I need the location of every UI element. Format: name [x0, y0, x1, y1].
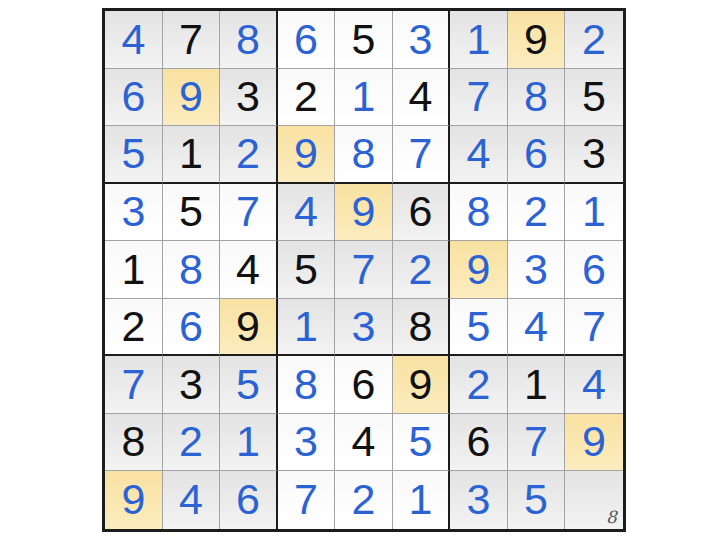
entered-digit: 8 — [352, 132, 376, 175]
cell-r1c7[interactable]: 1 — [450, 11, 508, 69]
entered-digit: 1 — [467, 18, 491, 61]
cell-r1c3[interactable]: 8 — [220, 11, 278, 69]
cell-r7c1[interactable]: 7 — [105, 356, 163, 414]
entered-digit: 6 — [122, 75, 146, 118]
entered-digit: 3 — [352, 305, 376, 348]
entered-digit: 9 — [179, 75, 203, 118]
cell-r5c1[interactable]: 1 — [105, 241, 163, 299]
page-background: 4786531926932147855129874633574968211845… — [0, 0, 728, 540]
cell-r6c2[interactable]: 6 — [163, 299, 221, 357]
cell-r6c6[interactable]: 8 — [393, 299, 451, 357]
entered-digit: 5 — [524, 478, 548, 521]
cell-r8c2[interactable]: 2 — [163, 414, 221, 472]
given-digit: 3 — [236, 75, 260, 118]
cell-r4c5[interactable]: 9 — [335, 184, 393, 242]
cell-r6c8[interactable]: 4 — [508, 299, 566, 357]
cell-r4c9[interactable]: 1 — [565, 184, 623, 242]
cell-r8c8[interactable]: 7 — [508, 414, 566, 472]
cell-r3c7[interactable]: 4 — [450, 126, 508, 184]
cell-r3c8[interactable]: 6 — [508, 126, 566, 184]
entered-digit: 4 — [122, 18, 146, 61]
cell-r9c9[interactable]: 8 — [565, 471, 623, 529]
given-digit: 4 — [236, 248, 260, 291]
entered-digit: 6 — [524, 132, 548, 175]
cell-r8c7[interactable]: 6 — [450, 414, 508, 472]
given-digit: 6 — [352, 363, 376, 406]
cell-r2c6[interactable]: 4 — [393, 69, 451, 127]
entered-digit: 3 — [294, 420, 318, 463]
cell-r4c7[interactable]: 8 — [450, 184, 508, 242]
cell-r6c7[interactable]: 5 — [450, 299, 508, 357]
cell-r7c7[interactable]: 2 — [450, 356, 508, 414]
cell-r5c8[interactable]: 3 — [508, 241, 566, 299]
entered-digit: 1 — [236, 420, 260, 463]
cell-r9c5[interactable]: 2 — [335, 471, 393, 529]
entered-digit: 3 — [409, 18, 433, 61]
entered-digit: 8 — [524, 75, 548, 118]
given-digit: 5 — [294, 248, 318, 291]
entered-digit: 9 — [122, 478, 146, 521]
cell-r3c4[interactable]: 9 — [278, 126, 336, 184]
cell-r7c9[interactable]: 4 — [565, 356, 623, 414]
cell-r9c2[interactable]: 4 — [163, 471, 221, 529]
cell-r6c1[interactable]: 2 — [105, 299, 163, 357]
pencil-mark: 8 — [606, 509, 617, 526]
entered-digit: 7 — [122, 363, 146, 406]
entered-digit: 6 — [582, 248, 606, 291]
cell-r5c6[interactable]: 2 — [393, 241, 451, 299]
cell-r4c1[interactable]: 3 — [105, 184, 163, 242]
cell-r8c5[interactable]: 4 — [335, 414, 393, 472]
cell-r5c4[interactable]: 5 — [278, 241, 336, 299]
cell-r3c9[interactable]: 3 — [565, 126, 623, 184]
cell-r2c5[interactable]: 1 — [335, 69, 393, 127]
entered-digit: 8 — [467, 190, 491, 233]
cell-r2c4[interactable]: 2 — [278, 69, 336, 127]
given-digit: 9 — [409, 363, 433, 406]
cell-r7c2[interactable]: 3 — [163, 356, 221, 414]
given-digit: 5 — [352, 18, 376, 61]
cell-r5c7[interactable]: 9 — [450, 241, 508, 299]
cell-r3c2[interactable]: 1 — [163, 126, 221, 184]
given-digit: 7 — [179, 18, 203, 61]
entered-digit: 4 — [582, 363, 606, 406]
sudoku-board: 4786531926932147855129874633574968211845… — [102, 8, 626, 532]
entered-digit: 2 — [467, 363, 491, 406]
cell-r4c6[interactable]: 6 — [393, 184, 451, 242]
cell-r7c8[interactable]: 1 — [508, 356, 566, 414]
entered-digit: 8 — [236, 18, 260, 61]
entered-digit: 5 — [467, 305, 491, 348]
given-digit: 3 — [179, 363, 203, 406]
cell-r4c4[interactable]: 4 — [278, 184, 336, 242]
entered-digit: 2 — [582, 18, 606, 61]
cell-r6c4[interactable]: 1 — [278, 299, 336, 357]
cell-r8c9[interactable]: 9 — [565, 414, 623, 472]
given-digit: 5 — [582, 75, 606, 118]
entered-digit: 7 — [409, 132, 433, 175]
cell-r7c5[interactable]: 6 — [335, 356, 393, 414]
cell-r8c1[interactable]: 8 — [105, 414, 163, 472]
cell-r5c5[interactable]: 7 — [335, 241, 393, 299]
given-digit: 6 — [467, 420, 491, 463]
entered-digit: 2 — [236, 132, 260, 175]
cell-r8c3[interactable]: 1 — [220, 414, 278, 472]
entered-digit: 7 — [236, 190, 260, 233]
cell-r1c8[interactable]: 9 — [508, 11, 566, 69]
given-digit: 6 — [409, 190, 433, 233]
cell-r1c1[interactable]: 4 — [105, 11, 163, 69]
entered-digit: 2 — [179, 420, 203, 463]
entered-digit: 7 — [582, 305, 606, 348]
cell-r6c5[interactable]: 3 — [335, 299, 393, 357]
entered-digit: 5 — [409, 420, 433, 463]
cell-r2c2[interactable]: 9 — [163, 69, 221, 127]
entered-digit: 4 — [294, 190, 318, 233]
cell-r4c2[interactable]: 5 — [163, 184, 221, 242]
cell-r2c9[interactable]: 5 — [565, 69, 623, 127]
entered-digit: 9 — [352, 190, 376, 233]
cell-r7c4[interactable]: 8 — [278, 356, 336, 414]
cell-r2c1[interactable]: 6 — [105, 69, 163, 127]
given-digit: 1 — [179, 132, 203, 175]
entered-digit: 5 — [122, 132, 146, 175]
cell-r9c3[interactable]: 6 — [220, 471, 278, 529]
entered-digit: 9 — [294, 132, 318, 175]
entered-digit: 4 — [524, 305, 548, 348]
cell-r8c6[interactable]: 5 — [393, 414, 451, 472]
entered-digit: 1 — [352, 75, 376, 118]
entered-digit: 9 — [582, 420, 606, 463]
given-digit: 4 — [352, 420, 376, 463]
cell-r5c3[interactable]: 4 — [220, 241, 278, 299]
cell-r9c6[interactable]: 1 — [393, 471, 451, 529]
entered-digit: 7 — [467, 75, 491, 118]
entered-digit: 3 — [122, 190, 146, 233]
given-digit: 3 — [582, 132, 606, 175]
cell-r8c4[interactable]: 3 — [278, 414, 336, 472]
cell-r2c3[interactable]: 3 — [220, 69, 278, 127]
cell-r9c1[interactable]: 9 — [105, 471, 163, 529]
entered-digit: 9 — [467, 248, 491, 291]
given-digit: 9 — [236, 305, 260, 348]
cell-r1c2[interactable]: 7 — [163, 11, 221, 69]
cell-r2c8[interactable]: 8 — [508, 69, 566, 127]
entered-digit: 1 — [294, 305, 318, 348]
cell-r1c4[interactable]: 6 — [278, 11, 336, 69]
cell-r5c9[interactable]: 6 — [565, 241, 623, 299]
entered-digit: 6 — [236, 478, 260, 521]
entered-digit: 5 — [236, 363, 260, 406]
entered-digit: 2 — [524, 190, 548, 233]
entered-digit: 1 — [582, 190, 606, 233]
given-digit: 9 — [524, 18, 548, 61]
cell-r3c3[interactable]: 2 — [220, 126, 278, 184]
given-digit: 1 — [524, 363, 548, 406]
cell-r4c8[interactable]: 2 — [508, 184, 566, 242]
cell-r2c7[interactable]: 7 — [450, 69, 508, 127]
entered-digit: 7 — [524, 420, 548, 463]
cell-r1c6[interactable]: 3 — [393, 11, 451, 69]
entered-digit: 6 — [179, 305, 203, 348]
cell-r3c1[interactable]: 5 — [105, 126, 163, 184]
given-digit: 2 — [294, 75, 318, 118]
entered-digit: 8 — [179, 248, 203, 291]
entered-digit: 1 — [409, 478, 433, 521]
given-digit: 5 — [179, 190, 203, 233]
entered-digit: 3 — [467, 478, 491, 521]
cell-r5c2[interactable]: 8 — [163, 241, 221, 299]
entered-digit: 2 — [352, 478, 376, 521]
given-digit: 2 — [122, 305, 146, 348]
entered-digit: 2 — [409, 248, 433, 291]
entered-digit: 8 — [294, 363, 318, 406]
cell-r6c3[interactable]: 9 — [220, 299, 278, 357]
given-digit: 8 — [122, 420, 146, 463]
cell-r9c8[interactable]: 5 — [508, 471, 566, 529]
given-digit: 1 — [122, 248, 146, 291]
entered-digit: 4 — [179, 478, 203, 521]
cell-r1c5[interactable]: 5 — [335, 11, 393, 69]
cell-r9c4[interactable]: 7 — [278, 471, 336, 529]
cell-r4c3[interactable]: 7 — [220, 184, 278, 242]
given-digit: 8 — [409, 305, 433, 348]
entered-digit: 7 — [352, 248, 376, 291]
entered-digit: 4 — [467, 132, 491, 175]
cell-r7c6[interactable]: 9 — [393, 356, 451, 414]
entered-digit: 6 — [294, 18, 318, 61]
given-digit: 4 — [409, 75, 433, 118]
cell-r6c9[interactable]: 7 — [565, 299, 623, 357]
cell-r7c3[interactable]: 5 — [220, 356, 278, 414]
entered-digit: 7 — [294, 478, 318, 521]
entered-digit: 3 — [524, 248, 548, 291]
cell-r3c5[interactable]: 8 — [335, 126, 393, 184]
cell-r3c6[interactable]: 7 — [393, 126, 451, 184]
cell-r9c7[interactable]: 3 — [450, 471, 508, 529]
cell-r1c9[interactable]: 2 — [565, 11, 623, 69]
